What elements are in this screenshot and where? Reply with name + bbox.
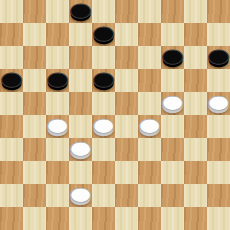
square-50[interactable] bbox=[184, 207, 207, 230]
square-41[interactable] bbox=[23, 184, 46, 207]
square-light-r2c8 bbox=[184, 46, 207, 69]
square-light-r3c3 bbox=[69, 69, 92, 92]
square-light-r6c6 bbox=[138, 138, 161, 161]
square-30[interactable] bbox=[184, 115, 207, 138]
square-19[interactable] bbox=[138, 69, 161, 92]
square-11[interactable] bbox=[23, 46, 46, 69]
square-light-r0c4 bbox=[92, 0, 115, 23]
square-light-r9c7 bbox=[161, 207, 184, 230]
square-light-r9c1 bbox=[23, 207, 46, 230]
black-man-square-18[interactable]: ● bbox=[92, 71, 115, 88]
square-10[interactable] bbox=[184, 23, 207, 46]
square-14[interactable]: ● bbox=[161, 46, 184, 69]
square-1[interactable] bbox=[23, 0, 46, 23]
square-light-r5c5 bbox=[115, 115, 138, 138]
square-light-r5c1 bbox=[23, 115, 46, 138]
square-light-r4c8 bbox=[184, 92, 207, 115]
square-light-r5c9 bbox=[207, 115, 230, 138]
square-9[interactable] bbox=[138, 23, 161, 46]
square-48[interactable] bbox=[92, 207, 115, 230]
square-47[interactable] bbox=[46, 207, 69, 230]
square-16[interactable]: ● bbox=[0, 69, 23, 92]
square-light-r2c0 bbox=[0, 46, 23, 69]
square-light-r3c1 bbox=[23, 69, 46, 92]
square-40[interactable] bbox=[184, 161, 207, 184]
square-light-r0c8 bbox=[184, 0, 207, 23]
square-light-r8c4 bbox=[92, 184, 115, 207]
square-12[interactable] bbox=[69, 46, 92, 69]
square-33[interactable] bbox=[115, 138, 138, 161]
square-8[interactable]: ● bbox=[92, 23, 115, 46]
square-light-r8c8 bbox=[184, 184, 207, 207]
square-light-r0c6 bbox=[138, 0, 161, 23]
square-light-r7c1 bbox=[23, 161, 46, 184]
square-light-r7c7 bbox=[161, 161, 184, 184]
square-38[interactable] bbox=[92, 161, 115, 184]
square-24[interactable]: ● bbox=[161, 92, 184, 115]
square-45[interactable] bbox=[207, 184, 230, 207]
square-light-r7c9 bbox=[207, 161, 230, 184]
square-34[interactable] bbox=[161, 138, 184, 161]
white-man-square-25[interactable]: ● bbox=[207, 94, 230, 111]
square-13[interactable] bbox=[115, 46, 138, 69]
white-man-square-29[interactable]: ● bbox=[138, 117, 161, 134]
square-28[interactable]: ● bbox=[92, 115, 115, 138]
square-light-r1c7 bbox=[161, 23, 184, 46]
square-light-r8c0 bbox=[0, 184, 23, 207]
square-15[interactable]: ● bbox=[207, 46, 230, 69]
square-49[interactable] bbox=[138, 207, 161, 230]
square-light-r1c5 bbox=[115, 23, 138, 46]
square-light-r9c3 bbox=[69, 207, 92, 230]
square-39[interactable] bbox=[138, 161, 161, 184]
square-5[interactable] bbox=[207, 0, 230, 23]
square-light-r4c6 bbox=[138, 92, 161, 115]
white-man-square-27[interactable]: ● bbox=[46, 117, 69, 134]
square-light-r2c6 bbox=[138, 46, 161, 69]
square-light-r6c8 bbox=[184, 138, 207, 161]
square-light-r3c9 bbox=[207, 69, 230, 92]
square-20[interactable] bbox=[184, 69, 207, 92]
square-light-r1c1 bbox=[23, 23, 46, 46]
square-42[interactable]: ● bbox=[69, 184, 92, 207]
square-light-r4c4 bbox=[92, 92, 115, 115]
square-26[interactable] bbox=[0, 115, 23, 138]
white-man-square-42[interactable]: ● bbox=[69, 186, 92, 203]
black-man-square-14[interactable]: ● bbox=[161, 48, 184, 65]
square-light-r4c2 bbox=[46, 92, 69, 115]
square-21[interactable] bbox=[23, 92, 46, 115]
white-man-square-32[interactable]: ● bbox=[69, 140, 92, 157]
square-32[interactable]: ● bbox=[69, 138, 92, 161]
draughts-board: ●●●●●●●●●●●●●● bbox=[0, 0, 230, 230]
square-27[interactable]: ● bbox=[46, 115, 69, 138]
black-man-square-2[interactable]: ● bbox=[69, 2, 92, 19]
square-18[interactable]: ● bbox=[92, 69, 115, 92]
square-6[interactable] bbox=[0, 23, 23, 46]
black-man-square-16[interactable]: ● bbox=[0, 71, 23, 88]
square-light-r3c5 bbox=[115, 69, 138, 92]
white-man-square-28[interactable]: ● bbox=[92, 117, 115, 134]
square-light-r0c0 bbox=[0, 0, 23, 23]
black-man-square-15[interactable]: ● bbox=[207, 48, 230, 65]
black-man-square-8[interactable]: ● bbox=[92, 25, 115, 42]
square-light-r4c0 bbox=[0, 92, 23, 115]
black-man-square-17[interactable]: ● bbox=[46, 71, 69, 88]
square-35[interactable] bbox=[207, 138, 230, 161]
square-light-r6c0 bbox=[0, 138, 23, 161]
square-36[interactable] bbox=[0, 161, 23, 184]
square-light-r1c3 bbox=[69, 23, 92, 46]
white-man-square-24[interactable]: ● bbox=[161, 94, 184, 111]
square-light-r1c9 bbox=[207, 23, 230, 46]
square-light-r2c2 bbox=[46, 46, 69, 69]
square-31[interactable] bbox=[23, 138, 46, 161]
square-light-r9c9 bbox=[207, 207, 230, 230]
square-light-r2c4 bbox=[92, 46, 115, 69]
square-44[interactable] bbox=[161, 184, 184, 207]
square-light-r3c7 bbox=[161, 69, 184, 92]
square-4[interactable] bbox=[161, 0, 184, 23]
square-46[interactable] bbox=[0, 207, 23, 230]
square-23[interactable] bbox=[115, 92, 138, 115]
square-43[interactable] bbox=[115, 184, 138, 207]
square-3[interactable] bbox=[115, 0, 138, 23]
square-29[interactable]: ● bbox=[138, 115, 161, 138]
square-light-r6c4 bbox=[92, 138, 115, 161]
square-22[interactable] bbox=[69, 92, 92, 115]
square-25[interactable]: ● bbox=[207, 92, 230, 115]
square-light-r0c2 bbox=[46, 0, 69, 23]
square-light-r8c6 bbox=[138, 184, 161, 207]
square-light-r5c3 bbox=[69, 115, 92, 138]
square-light-r5c7 bbox=[161, 115, 184, 138]
square-7[interactable] bbox=[46, 23, 69, 46]
square-light-r7c3 bbox=[69, 161, 92, 184]
square-light-r7c5 bbox=[115, 161, 138, 184]
square-17[interactable]: ● bbox=[46, 69, 69, 92]
square-light-r8c2 bbox=[46, 184, 69, 207]
square-37[interactable] bbox=[46, 161, 69, 184]
square-light-r9c5 bbox=[115, 207, 138, 230]
square-2[interactable]: ● bbox=[69, 0, 92, 23]
square-light-r6c2 bbox=[46, 138, 69, 161]
